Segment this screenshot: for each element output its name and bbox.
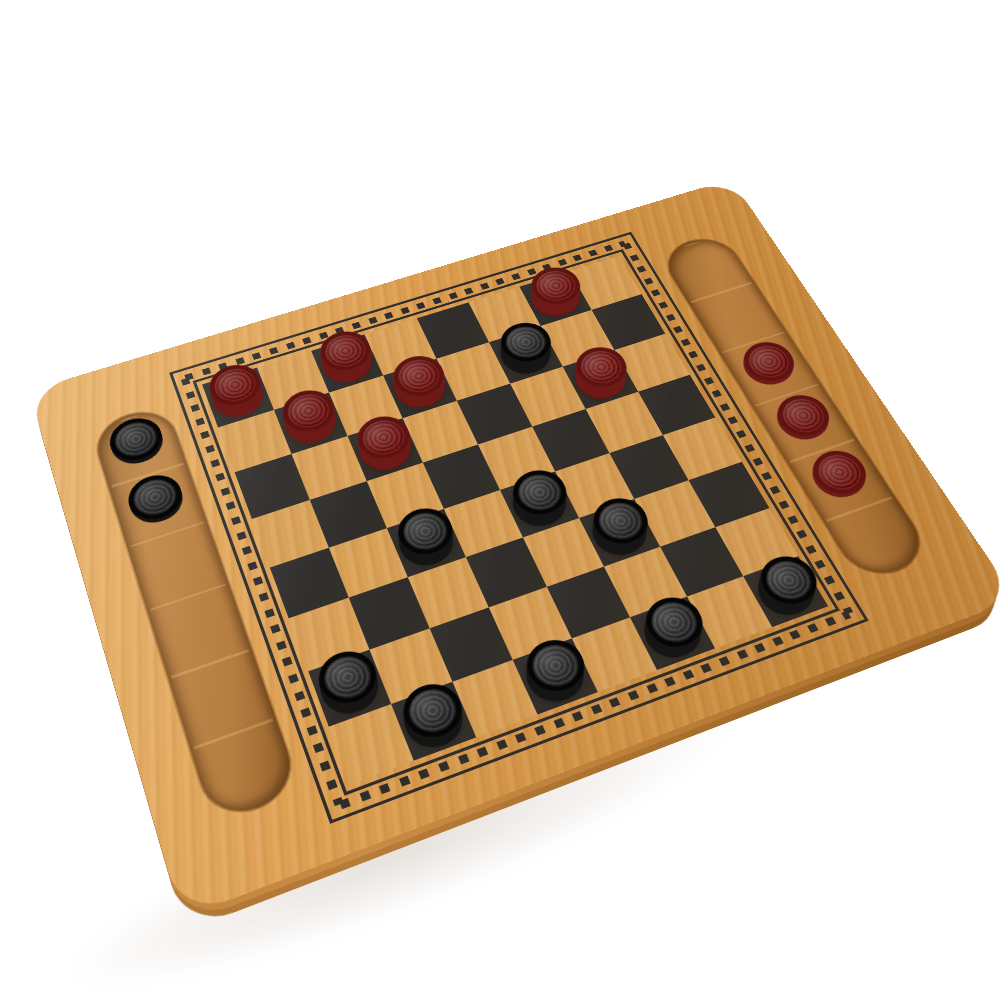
checker-black-f3[interactable]: [584, 503, 654, 562]
checker-black-a2[interactable]: [314, 655, 386, 722]
scene: [0, 0, 1000, 1000]
checker-black-d1[interactable]: [518, 643, 592, 709]
